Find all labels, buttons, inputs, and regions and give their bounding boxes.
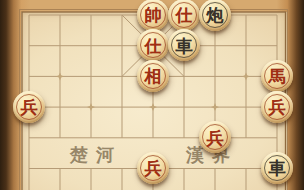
piece-glyph: 兵 xyxy=(207,129,224,146)
red-advisor[interactable]: 仕 xyxy=(137,29,169,61)
piece-glyph: 仕 xyxy=(176,7,193,24)
pieces-layer: 帥仕炮仕車相馬兵兵兵兵車 xyxy=(14,0,293,183)
piece-glyph: 車 xyxy=(176,37,193,54)
red-advisor[interactable]: 仕 xyxy=(168,0,200,31)
piece-glyph: 帥 xyxy=(145,7,162,24)
piece-glyph: 炮 xyxy=(207,7,224,24)
piece-glyph: 仕 xyxy=(145,37,162,54)
red-soldier[interactable]: 兵 xyxy=(261,91,293,123)
piece-glyph: 兵 xyxy=(21,99,38,116)
red-elephant[interactable]: 相 xyxy=(137,60,169,92)
piece-glyph: 相 xyxy=(145,68,162,85)
piece-glyph: 兵 xyxy=(145,160,162,177)
black-cannon[interactable]: 炮 xyxy=(199,0,231,31)
piece-glyph: 馬 xyxy=(269,68,286,85)
black-chariot[interactable]: 車 xyxy=(168,29,200,61)
red-general[interactable]: 帥 xyxy=(137,0,169,31)
red-soldier[interactable]: 兵 xyxy=(199,121,231,153)
black-chariot[interactable]: 車 xyxy=(261,152,293,184)
red-soldier[interactable]: 兵 xyxy=(13,91,45,123)
piece-glyph: 車 xyxy=(269,160,286,177)
xiangqi-game-screen: 楚河 漢界 帥仕炮仕車相馬兵兵兵兵車 xyxy=(0,0,304,190)
red-horse[interactable]: 馬 xyxy=(261,60,293,92)
piece-glyph: 兵 xyxy=(269,99,286,116)
red-soldier[interactable]: 兵 xyxy=(137,152,169,184)
